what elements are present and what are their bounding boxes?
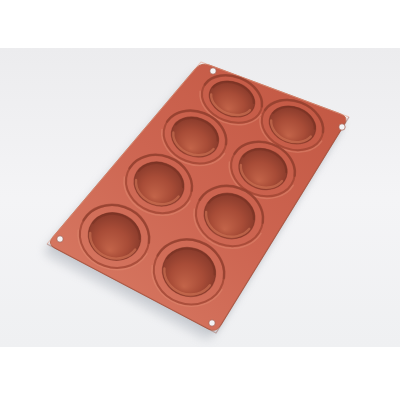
product-photo (0, 0, 400, 400)
corner-hole-3 (209, 320, 215, 326)
corner-hole-1 (210, 68, 216, 74)
corner-hole-2 (339, 124, 345, 130)
scene-svg (0, 0, 400, 400)
corner-hole-4 (57, 236, 63, 242)
